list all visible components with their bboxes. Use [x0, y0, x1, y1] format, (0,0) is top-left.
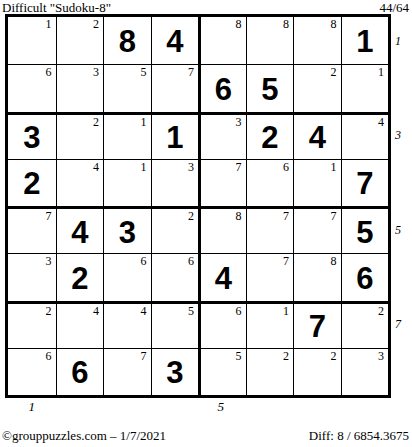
cell-r4c8[interactable]: 7 — [341, 159, 389, 206]
pencil-mark: 1 — [141, 161, 147, 174]
pencil-mark: 2 — [378, 305, 384, 318]
cell-r4c4[interactable]: 3 — [151, 159, 199, 206]
cell-r6c1[interactable]: 3 — [8, 253, 56, 300]
big-digit: 6 — [342, 254, 389, 300]
cell-r3c5[interactable]: 3 — [198, 112, 246, 159]
pencil-mark: 1 — [46, 18, 52, 31]
cell-r4c6[interactable]: 6 — [246, 159, 294, 206]
big-digit: 3 — [104, 209, 151, 253]
cell-r8c3[interactable]: 7 — [103, 348, 151, 395]
cell-r5c8[interactable]: 5 — [341, 206, 389, 253]
row-label-7: 7 — [395, 317, 409, 332]
pencil-mark: 2 — [331, 350, 337, 363]
pencil-mark: 7 — [283, 210, 289, 223]
cell-r3c6[interactable]: 2 — [246, 112, 294, 159]
cell-r2c3[interactable]: 5 — [103, 64, 151, 111]
cell-r7c2[interactable]: 4 — [56, 301, 104, 348]
pencil-mark: 5 — [188, 305, 194, 318]
cell-r1c8[interactable]: 1 — [341, 17, 389, 64]
pencil-mark: 6 — [283, 161, 289, 174]
cell-r5c2[interactable]: 4 — [56, 206, 104, 253]
cell-r3c2[interactable]: 2 — [56, 112, 104, 159]
big-digit: 7 — [342, 160, 389, 206]
cell-r2c4[interactable]: 7 — [151, 64, 199, 111]
pencil-mark: 8 — [283, 18, 289, 31]
big-digit: 5 — [247, 65, 294, 111]
pencil-mark: 2 — [331, 66, 337, 79]
big-digit: 2 — [57, 254, 104, 300]
cell-r6c7[interactable]: 8 — [293, 253, 341, 300]
pencil-mark: 3 — [93, 66, 99, 79]
cell-r2c7[interactable]: 2 — [293, 64, 341, 111]
cell-r1c4[interactable]: 4 — [151, 17, 199, 64]
pencil-mark: 2 — [93, 18, 99, 31]
cell-r6c3[interactable]: 6 — [103, 253, 151, 300]
cell-r8c8[interactable]: 3 — [341, 348, 389, 395]
cell-r5c1[interactable]: 7 — [8, 206, 56, 253]
cell-r5c7[interactable]: 7 — [293, 206, 341, 253]
pencil-mark: 7 — [283, 255, 289, 268]
big-digit: 3 — [8, 115, 56, 159]
cell-r5c4[interactable]: 2 — [151, 206, 199, 253]
cell-r2c2[interactable]: 3 — [56, 64, 104, 111]
cell-r2c5[interactable]: 6 — [198, 64, 246, 111]
cell-r4c5[interactable]: 7 — [198, 159, 246, 206]
big-digit: 1 — [342, 17, 389, 64]
cell-r3c1[interactable]: 3 — [8, 112, 56, 159]
col-label-5: 5 — [211, 399, 231, 415]
big-digit: 2 — [247, 115, 294, 159]
big-digit: 4 — [57, 209, 104, 253]
cell-r7c4[interactable]: 5 — [151, 301, 199, 348]
pencil-mark: 7 — [331, 210, 337, 223]
cell-r7c6[interactable]: 1 — [246, 301, 294, 348]
pencil-mark: 2 — [283, 350, 289, 363]
cell-r8c4[interactable]: 3 — [151, 348, 199, 395]
pencil-mark: 7 — [236, 161, 242, 174]
cell-r1c7[interactable]: 8 — [293, 17, 341, 64]
col-label-1: 1 — [22, 399, 42, 415]
cell-r6c5[interactable]: 4 — [198, 253, 246, 300]
cell-r4c1[interactable]: 2 — [8, 159, 56, 206]
pencil-mark: 1 — [378, 66, 384, 79]
cell-r7c3[interactable]: 4 — [103, 301, 151, 348]
pencil-mark: 3 — [236, 116, 242, 129]
cell-r1c3[interactable]: 8 — [103, 17, 151, 64]
cell-r4c3[interactable]: 1 — [103, 159, 151, 206]
cell-r2c6[interactable]: 5 — [246, 64, 294, 111]
pencil-mark: 1 — [141, 116, 147, 129]
pencil-mark: 7 — [46, 210, 52, 223]
cell-r5c6[interactable]: 7 — [246, 206, 294, 253]
pencil-mark: 3 — [46, 255, 52, 268]
cell-r2c1[interactable]: 6 — [8, 64, 56, 111]
cell-r7c1[interactable]: 2 — [8, 301, 56, 348]
pencil-mark: 3 — [188, 161, 194, 174]
pencil-mark: 1 — [331, 161, 337, 174]
pencil-mark: 4 — [93, 305, 99, 318]
cell-r3c7[interactable]: 4 — [293, 112, 341, 159]
cell-r6c4[interactable]: 6 — [151, 253, 199, 300]
pencil-mark: 8 — [236, 210, 242, 223]
big-digit: 6 — [201, 65, 246, 111]
cell-r5c3[interactable]: 3 — [103, 206, 151, 253]
cell-r1c6[interactable]: 8 — [246, 17, 294, 64]
big-digit: 8 — [104, 17, 151, 64]
big-digit: 2 — [8, 160, 56, 206]
cell-r3c8[interactable]: 4 — [341, 112, 389, 159]
sudoku-board: 1284888163576521321132442413761774328775… — [5, 14, 391, 398]
pencil-mark: 7 — [188, 66, 194, 79]
copyright-text: ©grouppuzzles.com – 1/7/2021 — [2, 428, 166, 444]
pencil-mark: 1 — [283, 305, 289, 318]
cell-r5c5[interactable]: 8 — [198, 206, 246, 253]
pencil-mark: 2 — [46, 305, 52, 318]
big-digit: 4 — [152, 17, 199, 64]
row-label-1: 1 — [395, 34, 409, 49]
cell-r6c2[interactable]: 2 — [56, 253, 104, 300]
pencil-mark: 3 — [378, 350, 384, 363]
pencil-mark: 4 — [378, 116, 384, 129]
row-label-3: 3 — [395, 128, 409, 143]
difficulty-text: Diff: 8 / 6854.3675 — [309, 428, 409, 444]
pencil-mark: 6 — [236, 305, 242, 318]
cell-r8c1[interactable]: 6 — [8, 348, 56, 395]
big-digit: 7 — [294, 304, 341, 348]
pencil-mark: 6 — [188, 255, 194, 268]
pencil-mark: 6 — [141, 255, 147, 268]
cell-r2c8[interactable]: 1 — [341, 64, 389, 111]
pencil-mark: 5 — [236, 350, 242, 363]
big-digit: 1 — [152, 115, 199, 159]
pencil-mark: 5 — [141, 66, 147, 79]
pencil-mark: 8 — [331, 255, 337, 268]
cell-r1c2[interactable]: 2 — [56, 17, 104, 64]
cell-r3c3[interactable]: 1 — [103, 112, 151, 159]
cell-r8c2[interactable]: 6 — [56, 348, 104, 395]
cell-r7c7[interactable]: 7 — [293, 301, 341, 348]
pencil-mark: 4 — [141, 305, 147, 318]
cell-r6c8[interactable]: 6 — [341, 253, 389, 300]
pencil-mark: 2 — [188, 210, 194, 223]
big-digit: 6 — [57, 349, 104, 395]
big-digit: 5 — [342, 209, 389, 253]
pencil-mark: 6 — [46, 350, 52, 363]
cell-r8c7[interactable]: 2 — [293, 348, 341, 395]
pencil-mark: 2 — [93, 116, 99, 129]
cell-r4c2[interactable]: 4 — [56, 159, 104, 206]
big-digit: 3 — [152, 349, 199, 395]
cell-r7c5[interactable]: 6 — [198, 301, 246, 348]
row-label-5: 5 — [395, 223, 409, 238]
cell-r6c6[interactable]: 7 — [246, 253, 294, 300]
cell-r8c5[interactable]: 5 — [198, 348, 246, 395]
cell-r3c4[interactable]: 1 — [151, 112, 199, 159]
cell-r4c7[interactable]: 1 — [293, 159, 341, 206]
pencil-mark: 8 — [236, 18, 242, 31]
big-digit: 4 — [201, 254, 246, 300]
cell-r7c8[interactable]: 2 — [341, 301, 389, 348]
pencil-mark: 8 — [331, 18, 337, 31]
cell-r1c1[interactable]: 1 — [8, 17, 56, 64]
pencil-mark: 7 — [141, 350, 147, 363]
big-digit: 4 — [294, 115, 341, 159]
pencil-mark: 6 — [46, 66, 52, 79]
cell-r8c6[interactable]: 2 — [246, 348, 294, 395]
pencil-mark: 4 — [93, 161, 99, 174]
cell-r1c5[interactable]: 8 — [198, 17, 246, 64]
